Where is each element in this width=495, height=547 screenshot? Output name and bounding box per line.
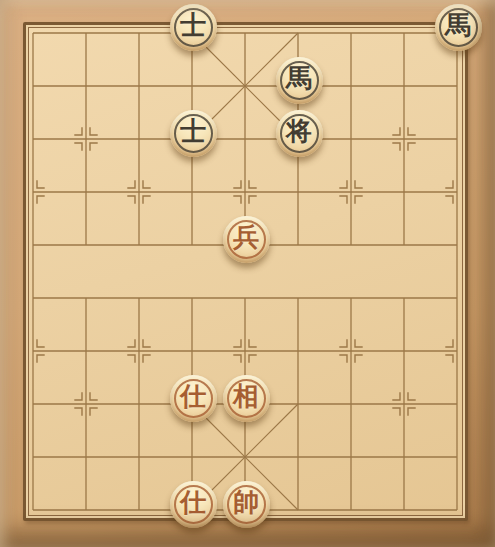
piece-glyph: 帥: [233, 490, 259, 516]
piece-red[interactable]: 相: [223, 375, 270, 422]
piece-glyph: 士: [180, 119, 206, 145]
piece-red[interactable]: 帥: [223, 481, 270, 528]
piece-grid[interactable]: 士馬馬士将兵仕相仕帥: [7, 7, 484, 537]
piece-glyph: 将: [286, 119, 312, 145]
piece-red[interactable]: 仕: [170, 481, 217, 528]
piece-glyph: 士: [180, 13, 206, 39]
piece-glyph: 馬: [445, 13, 471, 39]
piece-black[interactable]: 士: [170, 4, 217, 51]
xiangqi-game-screen: 士馬馬士将兵仕相仕帥: [0, 0, 495, 547]
piece-red[interactable]: 仕: [170, 375, 217, 422]
piece-black[interactable]: 士: [170, 110, 217, 157]
piece-glyph: 馬: [286, 66, 312, 92]
piece-red[interactable]: 兵: [223, 216, 270, 263]
piece-black[interactable]: 馬: [435, 4, 482, 51]
piece-glyph: 兵: [233, 225, 259, 251]
piece-glyph: 仕: [180, 384, 206, 410]
piece-black[interactable]: 馬: [276, 57, 323, 104]
piece-glyph: 相: [233, 384, 259, 410]
piece-black[interactable]: 将: [276, 110, 323, 157]
piece-glyph: 仕: [180, 490, 206, 516]
